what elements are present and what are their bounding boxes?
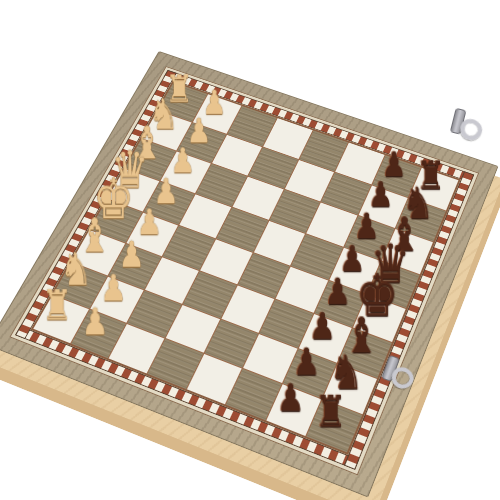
folding-chess-box: ♜♟♟♜♞♟♟♞♝♟♟♝♛♟♟♛♚♟♟♚♝♟♟♝♞♟♟♞♜♟♟♜ — [0, 51, 499, 498]
piece-wP: ♟ — [74, 304, 115, 341]
scene-3d: ♜♟♟♜♞♟♟♞♝♟♟♝♛♟♟♛♚♟♟♚♝♟♟♝♞♟♟♞♜♟♟♜ — [0, 0, 500, 500]
piece-wR: ♜ — [37, 284, 78, 326]
piece-bR: ♜ — [310, 390, 353, 434]
piece-bP: ♟ — [269, 379, 312, 417]
product-photo-stage: ♜♟♟♜♞♟♟♞♝♟♟♝♛♟♟♛♚♟♟♚♝♟♟♝♞♟♟♞♜♟♟♜ — [0, 0, 500, 500]
